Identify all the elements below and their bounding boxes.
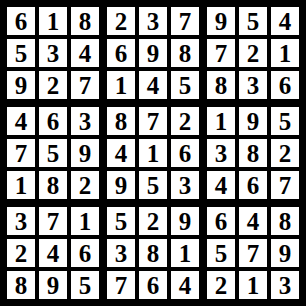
cell-r6c9[interactable]: 7: [271, 171, 299, 199]
cell-r9c4[interactable]: 7: [107, 271, 135, 299]
cell-r7c6[interactable]: 9: [171, 207, 199, 235]
sudoku-board: 6185349272376981459547218364637591828724…: [0, 0, 306, 306]
cell-r6c7[interactable]: 4: [207, 171, 235, 199]
cell-r5c9[interactable]: 2: [271, 139, 299, 167]
cell-r3c8[interactable]: 3: [239, 71, 267, 99]
cell-r8c7[interactable]: 5: [207, 239, 235, 267]
cell-r7c1[interactable]: 3: [7, 207, 35, 235]
cell-r5c5[interactable]: 1: [139, 139, 167, 167]
cell-r1c2[interactable]: 1: [39, 7, 67, 35]
cell-r4c4[interactable]: 8: [107, 107, 135, 135]
box-6: 195382467: [207, 107, 299, 199]
cell-r8c5[interactable]: 8: [139, 239, 167, 267]
cell-r9c9[interactable]: 3: [271, 271, 299, 299]
cell-r9c8[interactable]: 1: [239, 271, 267, 299]
box-4: 463759182: [7, 107, 99, 199]
box-7: 371246895: [7, 207, 99, 299]
cell-r1c6[interactable]: 7: [171, 7, 199, 35]
cell-r6c5[interactable]: 5: [139, 171, 167, 199]
cell-r4c9[interactable]: 5: [271, 107, 299, 135]
cell-r5c4[interactable]: 4: [107, 139, 135, 167]
cell-r6c4[interactable]: 9: [107, 171, 135, 199]
cell-r1c5[interactable]: 3: [139, 7, 167, 35]
cell-r5c6[interactable]: 6: [171, 139, 199, 167]
cell-r5c8[interactable]: 8: [239, 139, 267, 167]
cell-r4c8[interactable]: 9: [239, 107, 267, 135]
cell-r7c2[interactable]: 7: [39, 207, 67, 235]
cell-r6c1[interactable]: 1: [7, 171, 35, 199]
cell-r8c9[interactable]: 9: [271, 239, 299, 267]
cell-r3c7[interactable]: 8: [207, 71, 235, 99]
cell-r8c3[interactable]: 6: [71, 239, 99, 267]
cell-r7c7[interactable]: 6: [207, 207, 235, 235]
cell-r7c5[interactable]: 2: [139, 207, 167, 235]
cell-r4c2[interactable]: 6: [39, 107, 67, 135]
cell-r3c3[interactable]: 7: [71, 71, 99, 99]
box-5: 872416953: [107, 107, 199, 199]
cell-r3c4[interactable]: 1: [107, 71, 135, 99]
cell-r4c5[interactable]: 7: [139, 107, 167, 135]
cell-r6c3[interactable]: 2: [71, 171, 99, 199]
cell-r2c3[interactable]: 4: [71, 39, 99, 67]
cell-r2c4[interactable]: 6: [107, 39, 135, 67]
cell-r9c5[interactable]: 6: [139, 271, 167, 299]
cell-r2c9[interactable]: 1: [271, 39, 299, 67]
cell-r2c2[interactable]: 3: [39, 39, 67, 67]
cell-r2c6[interactable]: 8: [171, 39, 199, 67]
cell-r2c1[interactable]: 5: [7, 39, 35, 67]
box-2: 237698145: [107, 7, 199, 99]
cell-r5c7[interactable]: 3: [207, 139, 235, 167]
cell-r9c7[interactable]: 2: [207, 271, 235, 299]
cell-r1c4[interactable]: 2: [107, 7, 135, 35]
cell-r9c6[interactable]: 4: [171, 271, 199, 299]
cell-r8c1[interactable]: 2: [7, 239, 35, 267]
cell-r1c7[interactable]: 9: [207, 7, 235, 35]
cell-r5c1[interactable]: 7: [7, 139, 35, 167]
cell-r9c1[interactable]: 8: [7, 271, 35, 299]
cell-r3c1[interactable]: 9: [7, 71, 35, 99]
cell-r4c3[interactable]: 3: [71, 107, 99, 135]
cell-r9c2[interactable]: 9: [39, 271, 67, 299]
cell-r3c2[interactable]: 2: [39, 71, 67, 99]
cell-r5c3[interactable]: 9: [71, 139, 99, 167]
cell-r4c1[interactable]: 4: [7, 107, 35, 135]
cell-r1c1[interactable]: 6: [7, 7, 35, 35]
cell-r5c2[interactable]: 5: [39, 139, 67, 167]
cell-r8c2[interactable]: 4: [39, 239, 67, 267]
box-3: 954721836: [207, 7, 299, 99]
cell-r1c3[interactable]: 8: [71, 7, 99, 35]
cell-r7c8[interactable]: 4: [239, 207, 267, 235]
cell-r2c7[interactable]: 7: [207, 39, 235, 67]
cell-r8c8[interactable]: 7: [239, 239, 267, 267]
cell-r1c9[interactable]: 4: [271, 7, 299, 35]
cell-r3c9[interactable]: 6: [271, 71, 299, 99]
cell-r3c6[interactable]: 5: [171, 71, 199, 99]
cell-r6c2[interactable]: 8: [39, 171, 67, 199]
cell-r2c8[interactable]: 2: [239, 39, 267, 67]
box-8: 529381764: [107, 207, 199, 299]
box-9: 648579213: [207, 207, 299, 299]
cell-r8c4[interactable]: 3: [107, 239, 135, 267]
box-1: 618534927: [7, 7, 99, 99]
cell-r2c5[interactable]: 9: [139, 39, 167, 67]
cell-r4c6[interactable]: 2: [171, 107, 199, 135]
cell-r1c8[interactable]: 5: [239, 7, 267, 35]
cell-r3c5[interactable]: 4: [139, 71, 167, 99]
cell-r4c7[interactable]: 1: [207, 107, 235, 135]
cell-r7c3[interactable]: 1: [71, 207, 99, 235]
cell-r6c6[interactable]: 3: [171, 171, 199, 199]
cell-r9c3[interactable]: 5: [71, 271, 99, 299]
cell-r7c9[interactable]: 8: [271, 207, 299, 235]
cell-r6c8[interactable]: 6: [239, 171, 267, 199]
cell-r7c4[interactable]: 5: [107, 207, 135, 235]
cell-r8c6[interactable]: 1: [171, 239, 199, 267]
